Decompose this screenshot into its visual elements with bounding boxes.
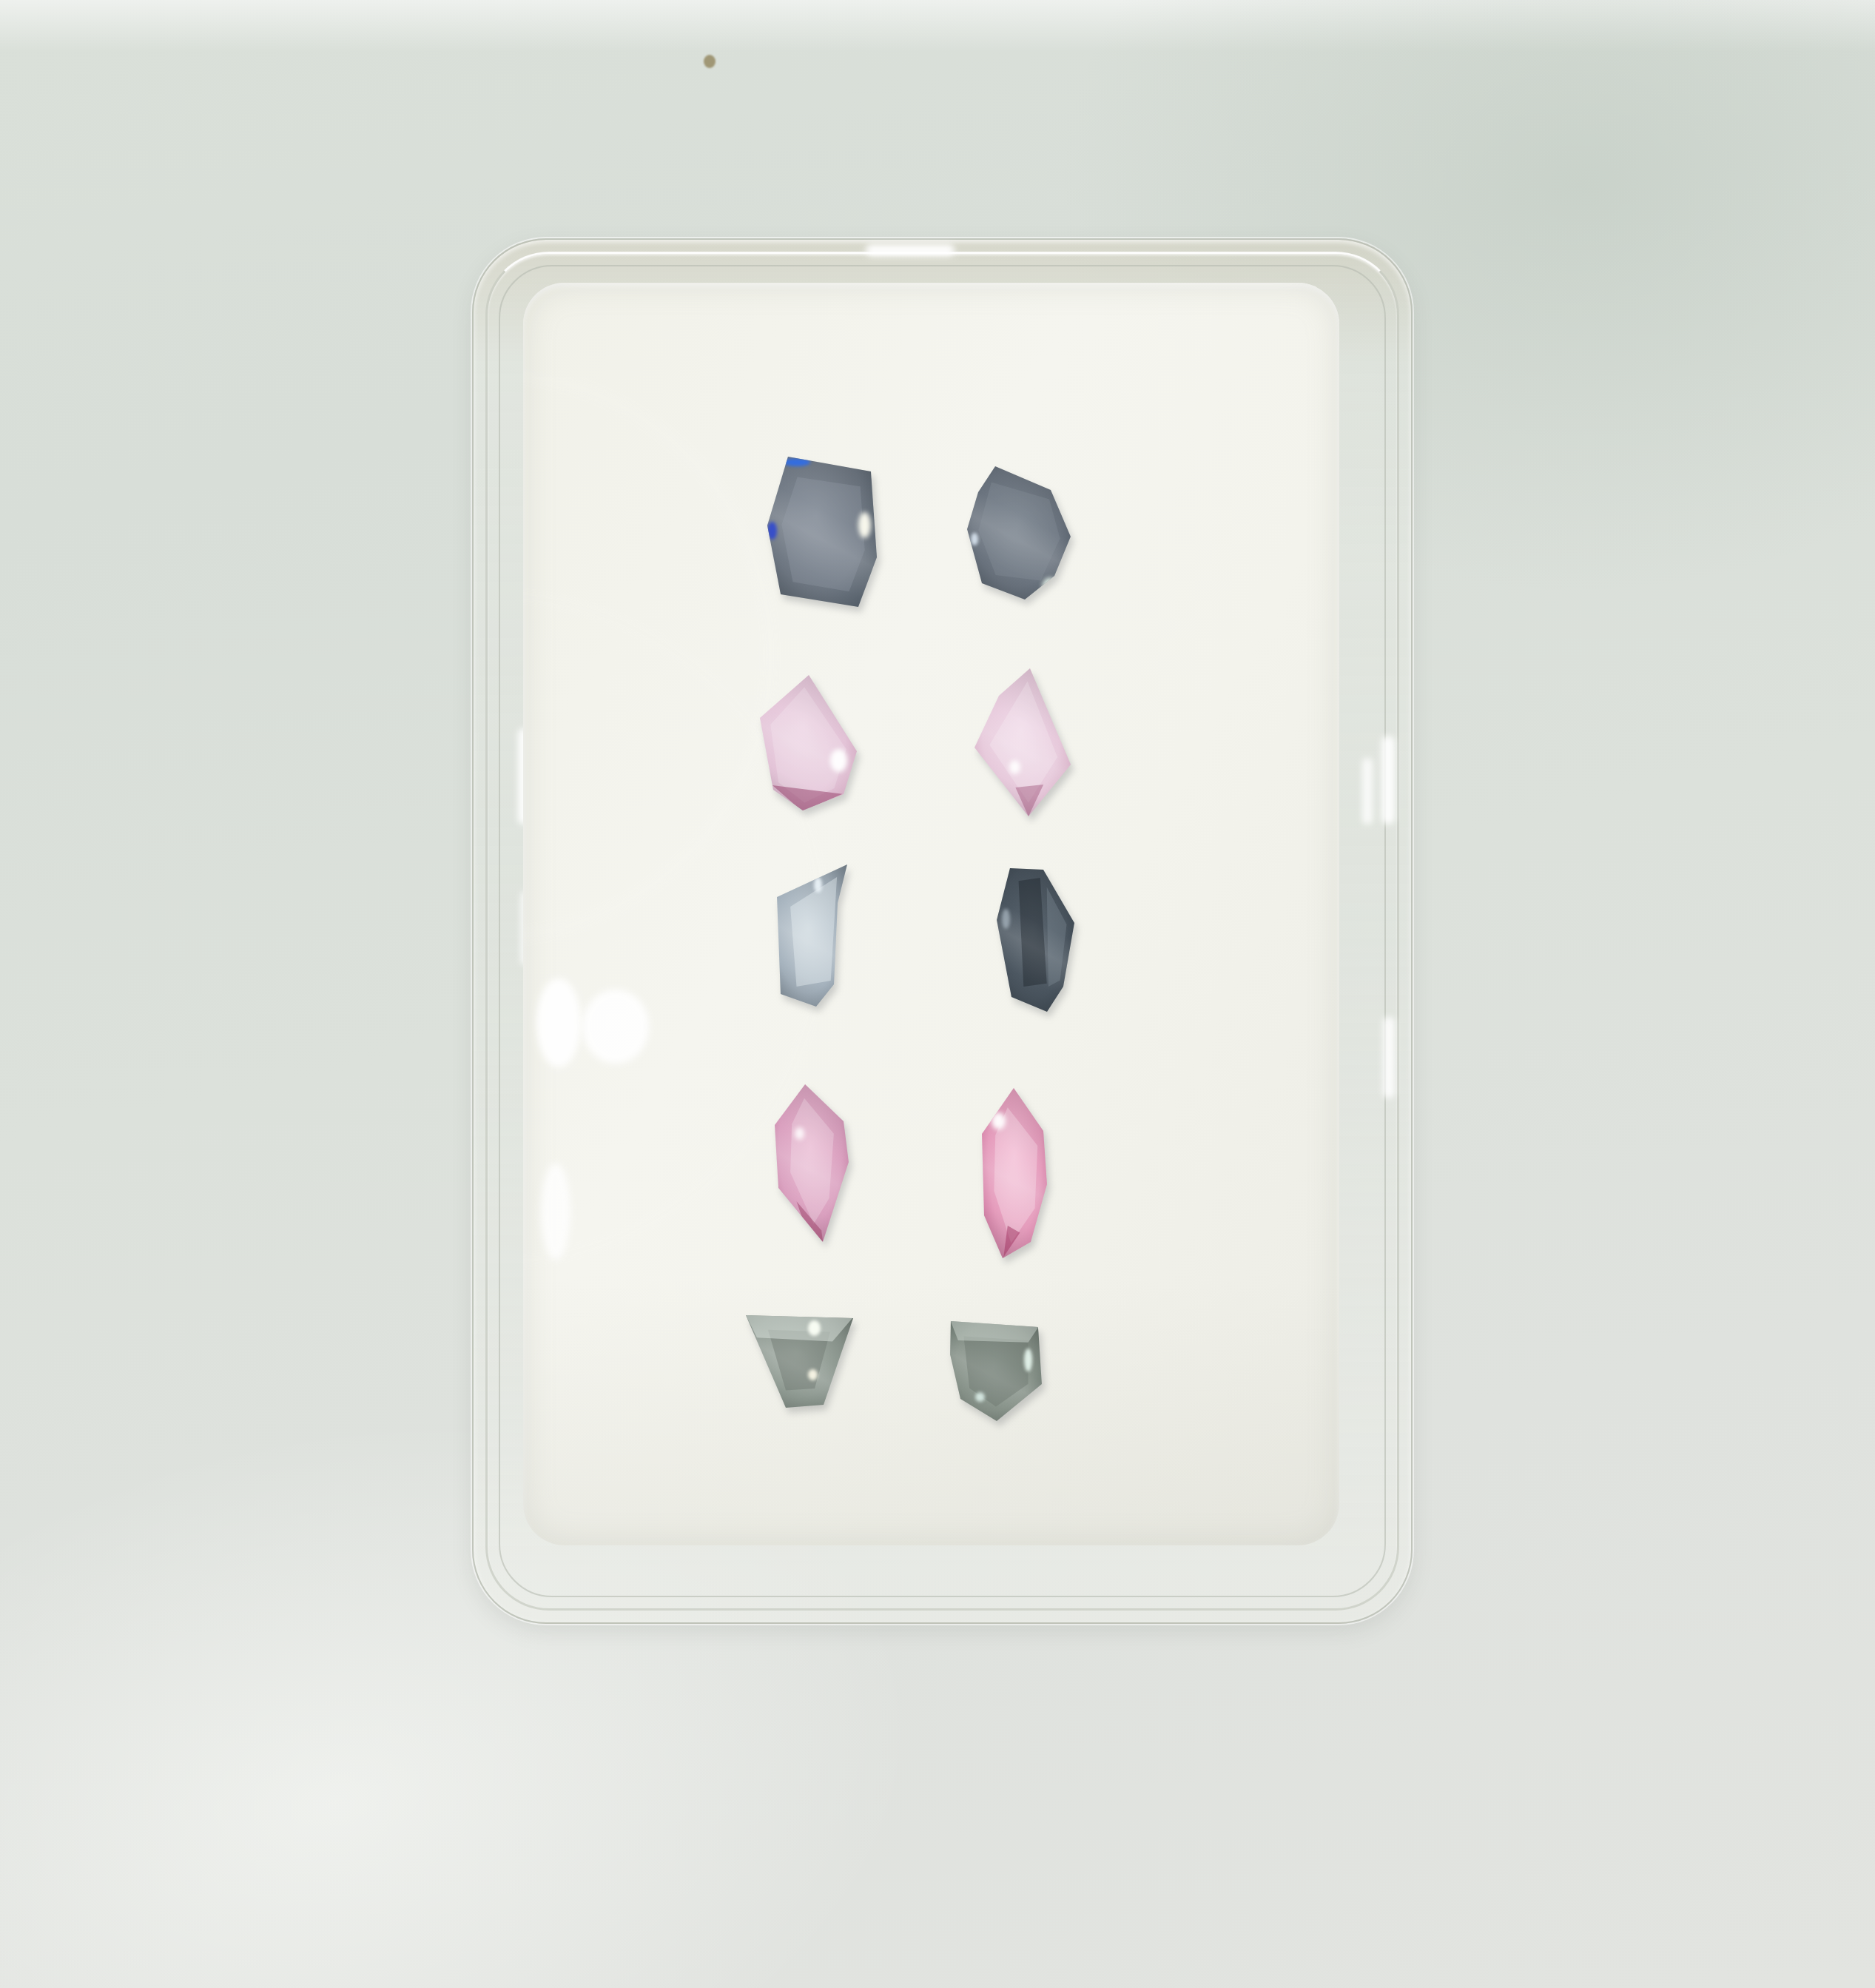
gem-body-row5-left <box>744 1312 855 1410</box>
gem-sparkle <box>992 1112 1006 1129</box>
gem-body-row3-right <box>994 862 1077 1018</box>
gem-body-row5-right <box>949 1320 1043 1423</box>
gem-sparkle <box>975 1392 985 1402</box>
gemstone-row3-left <box>773 862 851 1010</box>
gemstone-row1-right <box>966 463 1073 603</box>
gemstone-row4-right <box>980 1087 1048 1260</box>
gemstone-row2-left <box>758 670 858 814</box>
gem-body-row2-left <box>758 670 858 814</box>
gem-body-row3-left <box>773 862 851 1010</box>
gemstone-row3-right <box>994 862 1077 1018</box>
gemstone-row2-right <box>972 666 1071 818</box>
gemstone-row1-left <box>766 451 878 611</box>
gem-body-row4-right <box>980 1087 1048 1260</box>
photo-canvas <box>0 0 1875 1988</box>
gem-sparkle <box>784 458 810 466</box>
gem-sparkle <box>1043 578 1057 594</box>
gem-sparkle <box>808 1369 818 1380</box>
gem-sparkle <box>858 512 871 538</box>
gem-body-row4-left <box>773 1082 851 1243</box>
gem-body-row2-right <box>972 666 1071 818</box>
gemstone-row4-left <box>773 1082 851 1243</box>
gem-sparkle <box>814 877 822 893</box>
gem-sparkle <box>808 1320 821 1336</box>
gem-body-row1-right <box>966 463 1073 603</box>
gemstone-row5-left <box>744 1312 855 1410</box>
gem-body-row1-left <box>766 451 878 611</box>
gem-sparkle <box>767 522 777 540</box>
gems-layer <box>0 0 1875 1988</box>
gemstone-row5-right <box>949 1320 1043 1423</box>
